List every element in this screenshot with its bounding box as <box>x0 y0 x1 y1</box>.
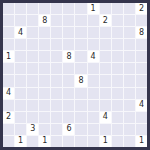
cell-r10c9[interactable] <box>112 124 123 135</box>
clue-cell-r1c3: 8 <box>39 15 50 26</box>
cell-r9c1[interactable] <box>15 112 26 123</box>
cell-r5c2[interactable] <box>27 63 38 74</box>
cell-r0c6[interactable] <box>75 3 86 14</box>
cell-r9c10[interactable] <box>124 112 135 123</box>
cell-r5c5[interactable] <box>63 63 74 74</box>
cell-r3c4[interactable] <box>51 39 62 50</box>
cell-r8c6[interactable] <box>75 100 86 111</box>
clue-cell-r11c1: 1 <box>15 136 26 147</box>
cell-r11c4[interactable] <box>51 136 62 147</box>
cell-r9c3[interactable] <box>39 112 50 123</box>
cell-r4c4[interactable] <box>51 51 62 62</box>
cell-r5c0[interactable] <box>3 63 14 74</box>
clue-cell-r4c7: 4 <box>88 51 99 62</box>
cell-r2c4[interactable] <box>51 27 62 38</box>
cell-r8c4[interactable] <box>51 100 62 111</box>
cell-r8c1[interactable] <box>15 100 26 111</box>
cell-r8c3[interactable] <box>39 100 50 111</box>
cell-r9c6[interactable] <box>75 112 86 123</box>
cell-r7c3[interactable] <box>39 88 50 99</box>
cell-r10c10[interactable] <box>124 124 135 135</box>
cell-r1c5[interactable] <box>63 15 74 26</box>
cell-r4c2[interactable] <box>27 51 38 62</box>
clue-cell-r10c5: 6 <box>63 124 74 135</box>
cell-r1c10[interactable] <box>124 15 135 26</box>
clue-cell-r6c6: 8 <box>75 75 86 86</box>
cell-r7c4[interactable] <box>51 88 62 99</box>
cell-r7c10[interactable] <box>124 88 135 99</box>
cell-r0c3[interactable] <box>39 3 50 14</box>
cell-r11c0[interactable] <box>3 136 14 147</box>
clue-cell-r0c11: 2 <box>136 3 147 14</box>
cell-r7c5[interactable] <box>63 88 74 99</box>
cell-r2c7[interactable] <box>88 27 99 38</box>
cell-r3c2[interactable] <box>27 39 38 50</box>
cell-r10c3[interactable] <box>39 124 50 135</box>
cell-r6c4[interactable] <box>51 75 62 86</box>
clue-cell-r10c2: 3 <box>27 124 38 135</box>
clue-cell-r11c3: 1 <box>39 136 50 147</box>
cell-r2c10[interactable] <box>124 27 135 38</box>
cell-r4c1[interactable] <box>15 51 26 62</box>
cell-r6c0[interactable] <box>3 75 14 86</box>
cell-r6c2[interactable] <box>27 75 38 86</box>
cell-r9c2[interactable] <box>27 112 38 123</box>
cell-r7c7[interactable] <box>88 88 99 99</box>
cell-r1c9[interactable] <box>112 15 123 26</box>
cell-r7c6[interactable] <box>75 88 86 99</box>
cell-r6c11[interactable] <box>136 75 147 86</box>
cell-r4c11[interactable] <box>136 51 147 62</box>
clue-cell-r8c11: 4 <box>136 100 147 111</box>
clue-cell-r7c0: 4 <box>3 88 14 99</box>
cell-r6c10[interactable] <box>124 75 135 86</box>
cell-r8c0[interactable] <box>3 100 14 111</box>
cell-r10c7[interactable] <box>88 124 99 135</box>
cell-r3c7[interactable] <box>88 39 99 50</box>
cell-r8c5[interactable] <box>63 100 74 111</box>
cell-r11c10[interactable] <box>124 136 135 147</box>
cell-r5c6[interactable] <box>75 63 86 74</box>
cell-r4c6[interactable] <box>75 51 86 62</box>
cell-r0c9[interactable] <box>112 3 123 14</box>
cell-r11c6[interactable] <box>75 136 86 147</box>
clue-cell-r9c0: 2 <box>3 112 14 123</box>
cell-r7c8[interactable] <box>100 88 111 99</box>
cell-r5c11[interactable] <box>136 63 147 74</box>
cell-r8c10[interactable] <box>124 100 135 111</box>
cell-r6c9[interactable] <box>112 75 123 86</box>
cell-r2c5[interactable] <box>63 27 74 38</box>
cell-r10c11[interactable] <box>136 124 147 135</box>
cell-r3c1[interactable] <box>15 39 26 50</box>
cell-r0c2[interactable] <box>27 3 38 14</box>
cell-r3c11[interactable] <box>136 39 147 50</box>
cell-r0c10[interactable] <box>124 3 135 14</box>
cell-r10c1[interactable] <box>15 124 26 135</box>
clue-cell-r4c5: 8 <box>63 51 74 62</box>
cell-r1c2[interactable] <box>27 15 38 26</box>
cell-r6c3[interactable] <box>39 75 50 86</box>
cell-r3c9[interactable] <box>112 39 123 50</box>
cell-r11c5[interactable] <box>63 136 74 147</box>
cell-r0c1[interactable] <box>15 3 26 14</box>
cell-r3c3[interactable] <box>39 39 50 50</box>
clue-cell-r0c7: 1 <box>88 3 99 14</box>
clue-cell-r4c0: 1 <box>3 51 14 62</box>
cell-r4c10[interactable] <box>124 51 135 62</box>
cell-r10c6[interactable] <box>75 124 86 135</box>
cell-r7c11[interactable] <box>136 88 147 99</box>
cell-r3c5[interactable] <box>63 39 74 50</box>
clue-cell-r11c11: 1 <box>136 136 147 147</box>
cell-r0c4[interactable] <box>51 3 62 14</box>
clue-cell-r11c8: 1 <box>100 136 111 147</box>
cell-r6c5[interactable] <box>63 75 74 86</box>
cell-r5c3[interactable] <box>39 63 50 74</box>
cell-r8c7[interactable] <box>88 100 99 111</box>
cell-r6c1[interactable] <box>15 75 26 86</box>
cell-r7c9[interactable] <box>112 88 123 99</box>
minesweeper-grid: 12824818484424361111 <box>3 3 147 147</box>
cell-r6c8[interactable] <box>100 75 111 86</box>
cell-r2c8[interactable] <box>100 27 111 38</box>
cell-r0c0[interactable] <box>3 3 14 14</box>
cell-r7c2[interactable] <box>27 88 38 99</box>
cell-r9c7[interactable] <box>88 112 99 123</box>
cell-r2c2[interactable] <box>27 27 38 38</box>
clue-cell-r1c8: 2 <box>100 15 111 26</box>
cell-r5c4[interactable] <box>51 63 62 74</box>
cell-r11c7[interactable] <box>88 136 99 147</box>
cell-r10c8[interactable] <box>100 124 111 135</box>
cell-r6c7[interactable] <box>88 75 99 86</box>
cell-r3c8[interactable] <box>100 39 111 50</box>
clue-cell-r9c8: 4 <box>100 112 111 123</box>
puzzle-board-frame: 12824818484424361111 <box>0 0 150 150</box>
cell-r10c4[interactable] <box>51 124 62 135</box>
cell-r5c7[interactable] <box>88 63 99 74</box>
cell-r9c4[interactable] <box>51 112 62 123</box>
cell-r4c8[interactable] <box>100 51 111 62</box>
cell-r1c1[interactable] <box>15 15 26 26</box>
clue-cell-r2c11: 8 <box>136 27 147 38</box>
cell-r1c7[interactable] <box>88 15 99 26</box>
cell-r1c6[interactable] <box>75 15 86 26</box>
cell-r1c4[interactable] <box>51 15 62 26</box>
cell-r4c3[interactable] <box>39 51 50 62</box>
cell-r8c9[interactable] <box>112 100 123 111</box>
cell-r5c1[interactable] <box>15 63 26 74</box>
cell-r8c8[interactable] <box>100 100 111 111</box>
cell-r10c0[interactable] <box>3 124 14 135</box>
cell-r5c10[interactable] <box>124 63 135 74</box>
cell-r11c2[interactable] <box>27 136 38 147</box>
cell-r5c8[interactable] <box>100 63 111 74</box>
clue-cell-r2c1: 4 <box>15 27 26 38</box>
cell-r3c10[interactable] <box>124 39 135 50</box>
cell-r5c9[interactable] <box>112 63 123 74</box>
cell-r2c9[interactable] <box>112 27 123 38</box>
cell-r8c2[interactable] <box>27 100 38 111</box>
cell-r3c0[interactable] <box>3 39 14 50</box>
cell-r3c6[interactable] <box>75 39 86 50</box>
cell-r1c0[interactable] <box>3 15 14 26</box>
cell-r2c6[interactable] <box>75 27 86 38</box>
cell-r11c9[interactable] <box>112 136 123 147</box>
cell-r2c0[interactable] <box>3 27 14 38</box>
cell-r0c8[interactable] <box>100 3 111 14</box>
cell-r0c5[interactable] <box>63 3 74 14</box>
cell-r4c9[interactable] <box>112 51 123 62</box>
cell-r9c5[interactable] <box>63 112 74 123</box>
cell-r2c3[interactable] <box>39 27 50 38</box>
cell-r1c11[interactable] <box>136 15 147 26</box>
cell-r9c9[interactable] <box>112 112 123 123</box>
cell-r9c11[interactable] <box>136 112 147 123</box>
cell-r7c1[interactable] <box>15 88 26 99</box>
